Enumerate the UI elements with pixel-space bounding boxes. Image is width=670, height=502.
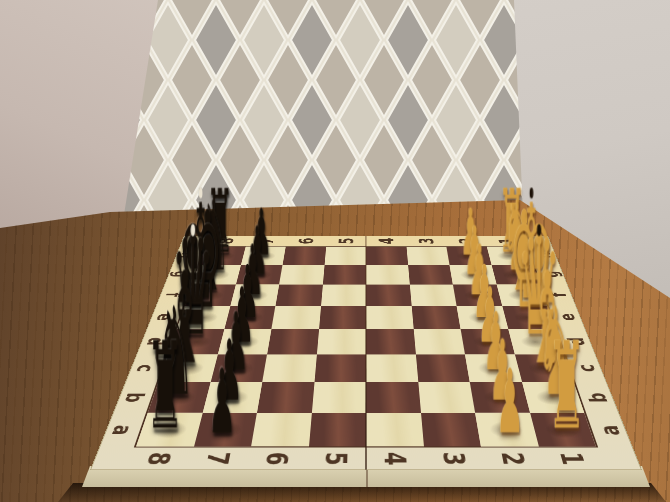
square-b4 bbox=[366, 382, 421, 413]
square-g3 bbox=[408, 265, 453, 285]
file-label-d: d bbox=[129, 334, 184, 349]
rank-label-5: 5 bbox=[333, 233, 358, 250]
square-d6 bbox=[267, 329, 319, 354]
piece-black-pawn-a7: ♟ bbox=[208, 358, 236, 447]
square-e5 bbox=[319, 306, 366, 329]
square-g6 bbox=[279, 265, 324, 285]
rank-label-4: 4 bbox=[377, 440, 414, 477]
white-queen-finial bbox=[537, 224, 541, 236]
photo-scene: 87654321 87654321 hgfedcba hgfedcba ♜♟♟♜… bbox=[0, 0, 670, 502]
square-g5 bbox=[323, 265, 366, 285]
chess-board: 87654321 87654321 hgfedcba hgfedcba ♜♟♟♜… bbox=[90, 236, 642, 470]
file-label-a: a bbox=[577, 420, 641, 441]
file-label-a: a bbox=[90, 420, 154, 441]
rank-label-2: 2 bbox=[492, 440, 536, 477]
rank-label-6: 6 bbox=[257, 440, 297, 477]
board-hinge bbox=[365, 236, 367, 470]
piece-white-pawn-a2: ♟ bbox=[496, 358, 524, 447]
square-c3 bbox=[415, 354, 469, 382]
square-g4 bbox=[366, 265, 409, 285]
square-e3 bbox=[411, 306, 460, 329]
rank-label-2: 2 bbox=[452, 233, 480, 250]
file-label-h: h bbox=[166, 250, 211, 261]
square-f6 bbox=[275, 285, 322, 306]
rank-label-6: 6 bbox=[293, 233, 319, 250]
black-queen-finial bbox=[191, 224, 195, 236]
square-c6 bbox=[262, 354, 316, 382]
square-b3 bbox=[418, 382, 475, 413]
square-f3 bbox=[409, 285, 456, 306]
file-label-e: e bbox=[541, 310, 593, 324]
square-c4 bbox=[366, 354, 418, 382]
file-label-b: b bbox=[104, 388, 165, 407]
rank-label-3: 3 bbox=[435, 440, 475, 477]
board-surface: 87654321 87654321 hgfedcba hgfedcba ♜♟♟♜… bbox=[90, 236, 642, 470]
square-d5 bbox=[317, 329, 366, 354]
rank-label-4: 4 bbox=[374, 233, 399, 250]
rank-label-8: 8 bbox=[211, 233, 240, 250]
square-f4 bbox=[366, 285, 411, 306]
rank-label-7: 7 bbox=[252, 233, 280, 250]
square-f5 bbox=[321, 285, 366, 306]
file-label-c: c bbox=[558, 360, 615, 377]
square-b6 bbox=[257, 382, 314, 413]
square-d3 bbox=[413, 329, 465, 354]
file-label-g: g bbox=[157, 268, 204, 280]
file-label-f: f bbox=[534, 288, 584, 301]
square-d4 bbox=[366, 329, 415, 354]
square-e6 bbox=[271, 306, 320, 329]
rank-label-7: 7 bbox=[196, 440, 240, 477]
file-label-f: f bbox=[149, 288, 199, 301]
rank-label-5: 5 bbox=[317, 440, 354, 477]
file-label-e: e bbox=[139, 310, 191, 324]
black-king-finial bbox=[199, 188, 203, 199]
file-label-b: b bbox=[567, 388, 628, 407]
white-king-finial bbox=[530, 188, 534, 199]
square-b5 bbox=[311, 382, 366, 413]
file-label-g: g bbox=[527, 268, 574, 280]
file-label-c: c bbox=[117, 360, 174, 377]
rank-label-3: 3 bbox=[413, 233, 439, 250]
file-label-h: h bbox=[521, 250, 566, 261]
file-label-d: d bbox=[549, 334, 604, 349]
square-e4 bbox=[366, 306, 413, 329]
square-c5 bbox=[314, 354, 366, 382]
